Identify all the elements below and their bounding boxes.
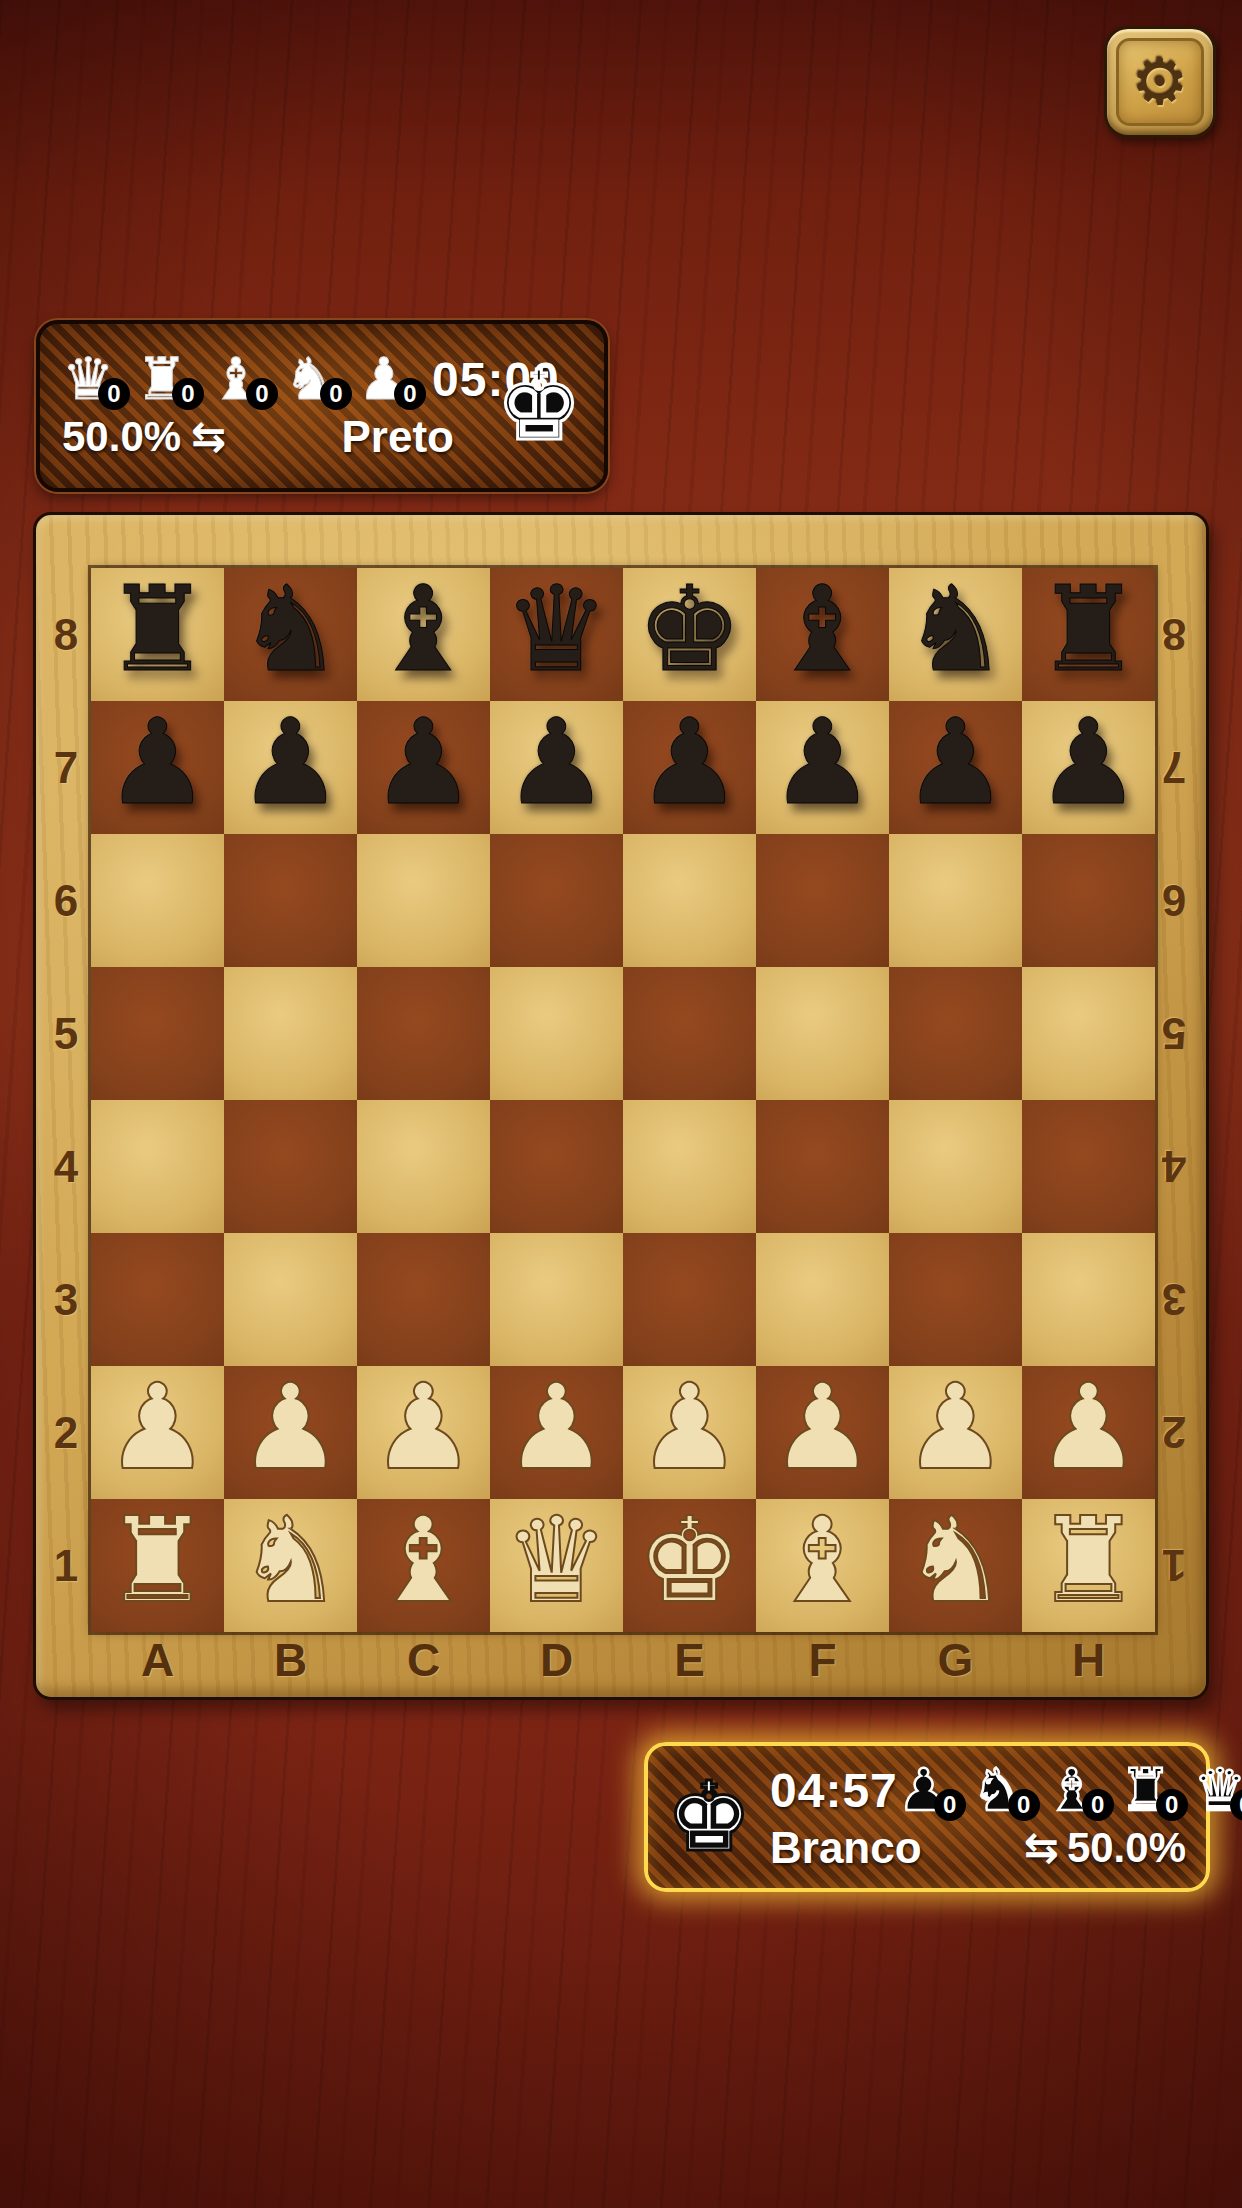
square-g7[interactable]: ♟ — [889, 701, 1022, 834]
square-b4[interactable] — [224, 1100, 357, 1233]
square-d2[interactable]: ♟ — [490, 1366, 623, 1499]
file-label-e: E — [623, 1629, 756, 1691]
square-a7[interactable]: ♟ — [91, 701, 224, 834]
white-win-chance: 50.0% — [1067, 1824, 1186, 1872]
captured-knight-counter: ♞0 — [284, 350, 336, 408]
black-bishop[interactable]: ♝ — [371, 570, 477, 688]
square-g8[interactable]: ♞ — [889, 568, 1022, 701]
rank-label-6: 6 — [44, 834, 88, 967]
white-rook[interactable]: ♜ — [1036, 1501, 1142, 1619]
rank-label-2: 2 — [44, 1366, 88, 1499]
black-knight[interactable]: ♞ — [238, 570, 344, 688]
black-bishop[interactable]: ♝ — [770, 570, 876, 688]
square-b5[interactable] — [224, 967, 357, 1100]
black-king[interactable]: ♚ — [637, 570, 743, 688]
square-h7[interactable]: ♟ — [1022, 701, 1155, 834]
rank-labels-right: 87654321 — [1152, 568, 1196, 1632]
black-player-name: Preto — [342, 412, 454, 462]
board-grid: ♜♞♝♛♚♝♞♜♟♟♟♟♟♟♟♟♟♟♟♟♟♟♟♟♜♞♝♛♚♝♞♜ — [91, 568, 1155, 1632]
white-bishop[interactable]: ♝ — [371, 1501, 477, 1619]
rank-label-right-6: 6 — [1152, 834, 1196, 967]
square-f1[interactable]: ♝ — [756, 1499, 889, 1632]
white-queen[interactable]: ♛ — [504, 1501, 610, 1619]
white-king[interactable]: ♚ — [637, 1501, 743, 1619]
square-d8[interactable]: ♛ — [490, 568, 623, 701]
captured-knight-count: 0 — [320, 378, 352, 410]
square-g3[interactable] — [889, 1233, 1022, 1366]
rank-label-right-5: 5 — [1152, 967, 1196, 1100]
swap-sides-icon[interactable]: ⇆ — [191, 416, 226, 458]
captured-knight-counter: ♞0 — [972, 1761, 1024, 1819]
rank-label-8: 8 — [44, 568, 88, 701]
black-player-panel: ♛0♜0♝0♞0♟0 05:00 50.0% ⇆ Preto ♚ — [36, 320, 608, 492]
square-c4[interactable] — [357, 1100, 490, 1233]
square-f3[interactable] — [756, 1233, 889, 1366]
square-e5[interactable] — [623, 967, 756, 1100]
captured-queen-counter: ♛0 — [1194, 1761, 1242, 1819]
white-pawn[interactable]: ♟ — [637, 1368, 743, 1486]
settings-button[interactable]: ⚙ — [1104, 26, 1216, 138]
square-c1[interactable]: ♝ — [357, 1499, 490, 1632]
captured-pawn-count: 0 — [394, 378, 426, 410]
captured-queen-counter: ♛0 — [62, 350, 114, 408]
square-h6[interactable] — [1022, 834, 1155, 967]
captured-rook-count: 0 — [1156, 1789, 1188, 1821]
square-c3[interactable] — [357, 1233, 490, 1366]
file-label-b: B — [224, 1629, 357, 1691]
black-win-chance: 50.0% — [62, 413, 181, 461]
square-e7[interactable]: ♟ — [623, 701, 756, 834]
file-label-f: F — [756, 1629, 889, 1691]
captured-knight-count: 0 — [1008, 1789, 1040, 1821]
square-a4[interactable] — [91, 1100, 224, 1233]
square-a5[interactable] — [91, 967, 224, 1100]
square-g5[interactable] — [889, 967, 1022, 1100]
swap-sides-icon[interactable]: ⇆ — [1024, 1827, 1059, 1869]
black-pawn[interactable]: ♟ — [770, 703, 876, 821]
square-b2[interactable]: ♟ — [224, 1366, 357, 1499]
rank-label-3: 3 — [44, 1233, 88, 1366]
square-d1[interactable]: ♛ — [490, 1499, 623, 1632]
square-d5[interactable] — [490, 967, 623, 1100]
file-labels: ABCDEFGH — [91, 1629, 1155, 1691]
square-c8[interactable]: ♝ — [357, 568, 490, 701]
rank-labels-left: 87654321 — [44, 568, 88, 1632]
file-label-c: C — [357, 1629, 490, 1691]
rank-label-5: 5 — [44, 967, 88, 1100]
white-pawn[interactable]: ♟ — [1036, 1368, 1142, 1486]
black-pawn[interactable]: ♟ — [105, 703, 211, 821]
square-h4[interactable] — [1022, 1100, 1155, 1233]
black-pawn[interactable]: ♟ — [1036, 703, 1142, 821]
square-c6[interactable] — [357, 834, 490, 967]
captured-rook-counter: ♜0 — [136, 350, 188, 408]
white-king-icon: ♚ — [666, 1769, 752, 1865]
rank-label-4: 4 — [44, 1100, 88, 1233]
square-h8[interactable]: ♜ — [1022, 568, 1155, 701]
square-b3[interactable] — [224, 1233, 357, 1366]
white-pawn[interactable]: ♟ — [903, 1368, 1009, 1486]
square-d6[interactable] — [490, 834, 623, 967]
black-rook[interactable]: ♜ — [1036, 570, 1142, 688]
black-pawn[interactable]: ♟ — [504, 703, 610, 821]
square-e4[interactable] — [623, 1100, 756, 1233]
square-b6[interactable] — [224, 834, 357, 967]
square-g1[interactable]: ♞ — [889, 1499, 1022, 1632]
square-e1[interactable]: ♚ — [623, 1499, 756, 1632]
rank-label-right-8: 8 — [1152, 568, 1196, 701]
square-h1[interactable]: ♜ — [1022, 1499, 1155, 1632]
file-label-d: D — [490, 1629, 623, 1691]
captured-rook-count: 0 — [172, 378, 204, 410]
square-a3[interactable] — [91, 1233, 224, 1366]
black-king-icon: ♚ — [496, 358, 582, 454]
square-a1[interactable]: ♜ — [91, 1499, 224, 1632]
captured-bishop-count: 0 — [246, 378, 278, 410]
square-a2[interactable]: ♟ — [91, 1366, 224, 1499]
black-pawn[interactable]: ♟ — [238, 703, 344, 821]
captured-bishop-counter: ♝0 — [210, 350, 262, 408]
captured-bishop-count: 0 — [1082, 1789, 1114, 1821]
rank-label-right-1: 1 — [1152, 1499, 1196, 1632]
square-d4[interactable] — [490, 1100, 623, 1233]
square-e8[interactable]: ♚ — [623, 568, 756, 701]
black-pawn[interactable]: ♟ — [371, 703, 477, 821]
square-d7[interactable]: ♟ — [490, 701, 623, 834]
square-g6[interactable] — [889, 834, 1022, 967]
square-b7[interactable]: ♟ — [224, 701, 357, 834]
square-e3[interactable] — [623, 1233, 756, 1366]
square-f8[interactable]: ♝ — [756, 568, 889, 701]
file-label-g: G — [889, 1629, 1022, 1691]
white-pawn[interactable]: ♟ — [238, 1368, 344, 1486]
square-b8[interactable]: ♞ — [224, 568, 357, 701]
rank-label-1: 1 — [44, 1499, 88, 1632]
settings-button-face: ⚙ — [1116, 38, 1204, 126]
square-d3[interactable] — [490, 1233, 623, 1366]
captured-pawn-counter: ♟0 — [898, 1761, 950, 1819]
captured-pawn-counter: ♟0 — [358, 350, 410, 408]
square-f5[interactable] — [756, 967, 889, 1100]
rank-label-right-3: 3 — [1152, 1233, 1196, 1366]
white-player-name: Branco — [770, 1823, 922, 1873]
white-knight[interactable]: ♞ — [238, 1501, 344, 1619]
white-captured-row: ♟0♞0♝0♜0♛0 — [898, 1761, 1242, 1819]
square-a6[interactable] — [91, 834, 224, 967]
rank-label-7: 7 — [44, 701, 88, 834]
square-h2[interactable]: ♟ — [1022, 1366, 1155, 1499]
square-g4[interactable] — [889, 1100, 1022, 1233]
white-knight[interactable]: ♞ — [903, 1501, 1009, 1619]
white-pawn[interactable]: ♟ — [770, 1368, 876, 1486]
square-g2[interactable]: ♟ — [889, 1366, 1022, 1499]
rank-label-right-2: 2 — [1152, 1366, 1196, 1499]
gear-icon: ⚙ — [1131, 50, 1188, 114]
square-c5[interactable] — [357, 967, 490, 1100]
file-label-a: A — [91, 1629, 224, 1691]
square-h5[interactable] — [1022, 967, 1155, 1100]
square-e2[interactable]: ♟ — [623, 1366, 756, 1499]
square-c7[interactable]: ♟ — [357, 701, 490, 834]
white-pawn[interactable]: ♟ — [371, 1368, 477, 1486]
rank-label-right-4: 4 — [1152, 1100, 1196, 1233]
captured-rook-counter: ♜0 — [1120, 1761, 1172, 1819]
black-pawn[interactable]: ♟ — [903, 703, 1009, 821]
square-f6[interactable] — [756, 834, 889, 967]
square-h3[interactable] — [1022, 1233, 1155, 1366]
square-a8[interactable]: ♜ — [91, 568, 224, 701]
white-pawn[interactable]: ♟ — [105, 1368, 211, 1486]
white-clock: 04:57 — [770, 1763, 898, 1818]
white-player-panel: 04:57 ♟0♞0♝0♜0♛0 Branco ⇆ 50.0% ♚ — [644, 1742, 1210, 1892]
captured-bishop-counter: ♝0 — [1046, 1761, 1098, 1819]
white-pawn[interactable]: ♟ — [504, 1368, 610, 1486]
black-rook[interactable]: ♜ — [105, 570, 211, 688]
square-f4[interactable] — [756, 1100, 889, 1233]
square-c2[interactable]: ♟ — [357, 1366, 490, 1499]
square-f7[interactable]: ♟ — [756, 701, 889, 834]
black-captured-row: ♛0♜0♝0♞0♟0 — [62, 350, 432, 408]
square-f2[interactable]: ♟ — [756, 1366, 889, 1499]
white-bishop[interactable]: ♝ — [770, 1501, 876, 1619]
file-label-h: H — [1022, 1629, 1155, 1691]
white-rook[interactable]: ♜ — [105, 1501, 211, 1619]
square-b1[interactable]: ♞ — [224, 1499, 357, 1632]
rank-label-right-7: 7 — [1152, 701, 1196, 834]
black-pawn[interactable]: ♟ — [637, 703, 743, 821]
square-e6[interactable] — [623, 834, 756, 967]
chess-board: 87654321 ♜♞♝♛♚♝♞♜♟♟♟♟♟♟♟♟♟♟♟♟♟♟♟♟♜♞♝♛♚♝♞… — [33, 512, 1209, 1700]
black-knight[interactable]: ♞ — [903, 570, 1009, 688]
captured-queen-count: 0 — [98, 378, 130, 410]
black-queen[interactable]: ♛ — [504, 570, 610, 688]
captured-pawn-count: 0 — [934, 1789, 966, 1821]
